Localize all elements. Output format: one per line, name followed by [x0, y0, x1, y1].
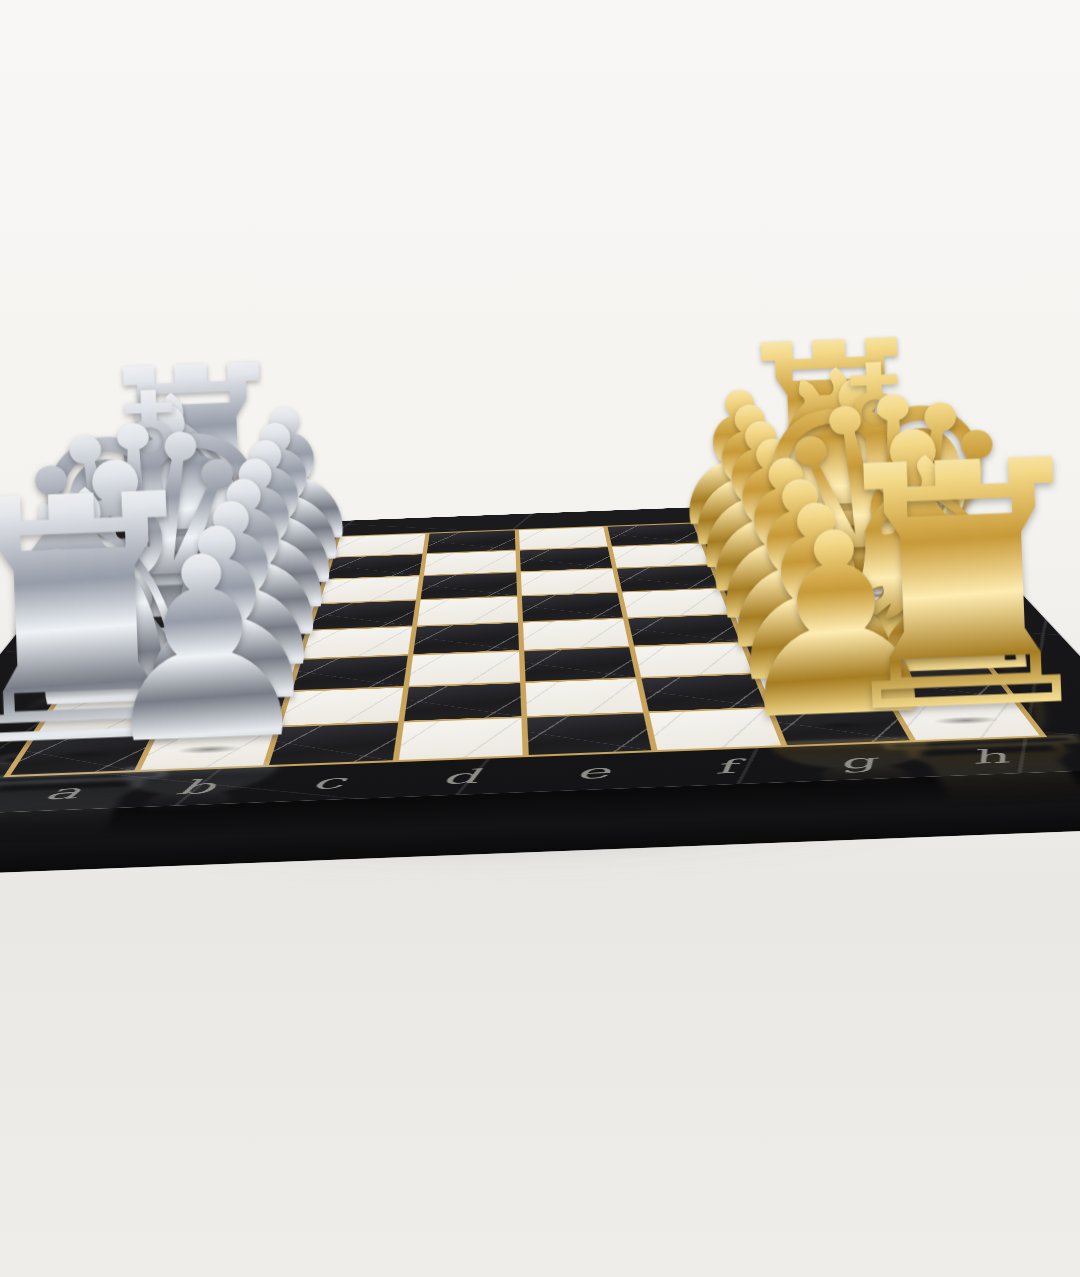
square-d4 — [413, 623, 518, 654]
square-d2 — [404, 683, 521, 721]
square-e2 — [525, 679, 643, 717]
square-d1 — [399, 718, 522, 760]
perspective-scene: ♜♜♟♟♟♟♜♜♞♞♟♟♟♟♞♞♝♝♟♟♟♟♝♝♚♚♟♟♟♟♚♚♛♛♟♟♟♟♛♛… — [0, 0, 1080, 1277]
gold-rook-glyph: ♜ — [805, 414, 1080, 761]
square-e1 — [527, 713, 652, 755]
board-grid: ♜♜♟♟♟♟♜♜♞♞♟♟♟♟♞♞♝♝♟♟♟♟♝♝♚♚♟♟♟♟♚♚♛♛♟♟♟♟♛♛… — [3, 516, 1047, 778]
square-d6 — [421, 573, 517, 599]
square-b1: ♟♟ — [140, 728, 275, 770]
silver-pawn-glyph: ♟ — [87, 521, 322, 781]
silver-pawn: ♟ — [87, 521, 322, 781]
studio-photo: ♜♜♟♟♟♟♜♜♞♞♟♟♟♟♞♞♝♝♟♟♟♟♝♝♚♚♟♟♟♟♚♚♛♛♟♟♟♟♛♛… — [0, 0, 1080, 1277]
square-e8 — [519, 527, 608, 550]
square-d3 — [409, 651, 520, 685]
square-d7 — [424, 551, 516, 575]
square-d5 — [417, 597, 517, 626]
square-e4 — [523, 619, 629, 650]
square-h1: ♜♜ — [895, 699, 1040, 740]
chess-board: ♜♜♟♟♟♟♜♜♞♞♟♟♟♟♞♞♝♝♟♟♟♟♝♝♚♚♟♟♟♟♚♚♛♛♟♟♟♟♛♛… — [0, 498, 1080, 817]
square-e7 — [519, 547, 612, 571]
square-e6 — [520, 569, 617, 595]
square-d8 — [427, 530, 515, 553]
square-e5 — [521, 593, 623, 622]
gold-rook: ♜ — [805, 414, 1080, 761]
square-e3 — [524, 647, 636, 681]
